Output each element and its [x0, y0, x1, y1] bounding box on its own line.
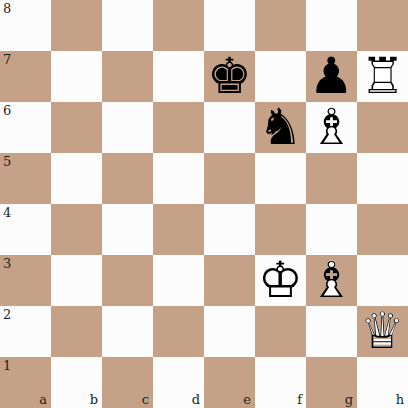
piece-glyph: ♞ [255, 102, 306, 152]
square-g5[interactable] [306, 153, 357, 204]
square-g3[interactable]: ♝♗ [306, 255, 357, 306]
square-e4[interactable] [204, 204, 255, 255]
rank-label-7: 7 [3, 52, 11, 67]
square-h1[interactable]: h [357, 357, 408, 408]
square-d5[interactable] [153, 153, 204, 204]
piece-outline-glyph: ♗ [306, 255, 357, 305]
square-e6[interactable] [204, 102, 255, 153]
file-label-d: d [192, 393, 200, 406]
piece-white-king-f3[interactable]: ♚♔ [255, 255, 306, 306]
square-c2[interactable] [102, 306, 153, 357]
square-b4[interactable] [51, 204, 102, 255]
piece-outline-glyph: ♔ [255, 255, 306, 305]
square-f6[interactable]: ♞ [255, 102, 306, 153]
square-d2[interactable] [153, 306, 204, 357]
piece-white-bishop-g6[interactable]: ♝♗ [306, 102, 357, 153]
square-a8[interactable]: 8 [0, 0, 51, 51]
square-c6[interactable] [102, 102, 153, 153]
square-b7[interactable] [51, 51, 102, 102]
square-d6[interactable] [153, 102, 204, 153]
square-a2[interactable]: 2 [0, 306, 51, 357]
square-g6[interactable]: ♝♗ [306, 102, 357, 153]
square-f5[interactable] [255, 153, 306, 204]
square-c4[interactable] [102, 204, 153, 255]
file-label-c: c [142, 393, 149, 406]
square-a3[interactable]: 3 [0, 255, 51, 306]
square-h3[interactable] [357, 255, 408, 306]
square-a6[interactable]: 6 [0, 102, 51, 153]
square-a4[interactable]: 4 [0, 204, 51, 255]
square-b5[interactable] [51, 153, 102, 204]
file-label-b: b [90, 393, 98, 406]
square-g4[interactable] [306, 204, 357, 255]
square-d4[interactable] [153, 204, 204, 255]
piece-white-bishop-g3[interactable]: ♝♗ [306, 255, 357, 306]
square-c7[interactable] [102, 51, 153, 102]
square-c5[interactable] [102, 153, 153, 204]
file-label-e: e [243, 393, 251, 406]
square-h2[interactable]: ♛♕ [357, 306, 408, 357]
square-f3[interactable]: ♚♔ [255, 255, 306, 306]
file-label-a: a [39, 393, 47, 406]
square-g8[interactable] [306, 0, 357, 51]
piece-outline-glyph: ♗ [306, 102, 357, 152]
piece-glyph: ♚ [204, 51, 255, 101]
rank-label-1: 1 [3, 358, 11, 373]
rank-label-4: 4 [3, 205, 11, 220]
square-h5[interactable] [357, 153, 408, 204]
square-e8[interactable] [204, 0, 255, 51]
square-d8[interactable] [153, 0, 204, 51]
piece-outline-glyph: ♕ [357, 306, 408, 356]
square-h7[interactable]: ♜♖ [357, 51, 408, 102]
square-g1[interactable]: g [306, 357, 357, 408]
piece-white-rook-h7[interactable]: ♜♖ [357, 51, 408, 102]
square-h4[interactable] [357, 204, 408, 255]
square-d7[interactable] [153, 51, 204, 102]
file-label-f: f [297, 393, 302, 406]
rank-label-6: 6 [3, 103, 11, 118]
rank-label-8: 8 [3, 1, 11, 16]
square-h8[interactable] [357, 0, 408, 51]
square-h6[interactable] [357, 102, 408, 153]
square-b3[interactable] [51, 255, 102, 306]
rank-label-5: 5 [3, 154, 11, 169]
square-g7[interactable]: ♟ [306, 51, 357, 102]
square-e3[interactable] [204, 255, 255, 306]
square-c3[interactable] [102, 255, 153, 306]
square-c8[interactable] [102, 0, 153, 51]
square-f1[interactable]: f [255, 357, 306, 408]
square-b6[interactable] [51, 102, 102, 153]
square-f8[interactable] [255, 0, 306, 51]
rank-label-2: 2 [3, 307, 11, 322]
square-e7[interactable]: ♚ [204, 51, 255, 102]
square-e1[interactable]: e [204, 357, 255, 408]
piece-black-pawn-g7[interactable]: ♟ [306, 51, 357, 102]
file-label-h: h [396, 393, 404, 406]
piece-white-queen-h2[interactable]: ♛♕ [357, 306, 408, 357]
piece-black-king-e7[interactable]: ♚ [204, 51, 255, 102]
square-c1[interactable]: c [102, 357, 153, 408]
square-a1[interactable]: 1a [0, 357, 51, 408]
square-g2[interactable] [306, 306, 357, 357]
square-f2[interactable] [255, 306, 306, 357]
square-b1[interactable]: b [51, 357, 102, 408]
chessboard: 87♚♟♜♖6♞♝♗543♚♔♝♗2♛♕1abcdefgh [0, 0, 408, 408]
square-d3[interactable] [153, 255, 204, 306]
square-a5[interactable]: 5 [0, 153, 51, 204]
square-e2[interactable] [204, 306, 255, 357]
piece-outline-glyph: ♖ [357, 51, 408, 101]
square-d1[interactable]: d [153, 357, 204, 408]
file-label-g: g [345, 393, 353, 406]
piece-glyph: ♟ [306, 51, 357, 101]
square-f4[interactable] [255, 204, 306, 255]
square-a7[interactable]: 7 [0, 51, 51, 102]
square-e5[interactable] [204, 153, 255, 204]
square-b2[interactable] [51, 306, 102, 357]
piece-black-knight-f6[interactable]: ♞ [255, 102, 306, 153]
square-b8[interactable] [51, 0, 102, 51]
square-f7[interactable] [255, 51, 306, 102]
rank-label-3: 3 [3, 256, 11, 271]
